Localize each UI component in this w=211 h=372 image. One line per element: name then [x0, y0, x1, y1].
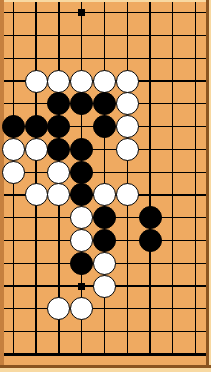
hoshi-point	[78, 9, 85, 16]
white-stone	[70, 206, 93, 229]
grid-line-vertical	[149, 2, 150, 356]
board-frame-bottom-highlight	[0, 368, 211, 372]
black-stone	[47, 115, 70, 138]
grid-line-vertical	[127, 2, 128, 356]
black-stone	[47, 92, 70, 115]
board-frame-right-highlight	[209, 0, 211, 372]
board-edge-line-bottom	[4, 353, 206, 356]
white-stone	[70, 70, 93, 93]
hoshi-point	[78, 283, 85, 290]
white-stone	[25, 183, 48, 206]
white-stone	[116, 92, 139, 115]
white-stone	[25, 70, 48, 93]
black-stone	[93, 229, 116, 252]
grid-line-vertical	[104, 2, 105, 356]
white-stone	[93, 252, 116, 275]
grid-line-vertical	[35, 2, 36, 356]
white-stone	[116, 138, 139, 161]
white-stone	[47, 161, 70, 184]
white-stone	[93, 183, 116, 206]
black-stone	[139, 206, 162, 229]
black-stone	[2, 115, 25, 138]
board-frame-left	[0, 0, 4, 372]
go-board	[0, 0, 211, 372]
black-stone	[139, 229, 162, 252]
black-stone	[70, 183, 93, 206]
white-stone	[116, 70, 139, 93]
white-stone	[25, 138, 48, 161]
grid-line-horizontal	[4, 308, 206, 309]
white-stone	[47, 297, 70, 320]
white-stone	[47, 70, 70, 93]
grid-line-horizontal	[4, 331, 206, 332]
black-stone	[70, 252, 93, 275]
board-frame-top	[0, 0, 211, 2]
grid-line-horizontal	[4, 172, 206, 173]
black-stone	[70, 138, 93, 161]
black-stone	[93, 92, 116, 115]
black-stone	[93, 206, 116, 229]
black-stone	[25, 115, 48, 138]
black-stone	[47, 138, 70, 161]
white-stone	[116, 183, 139, 206]
grid-line-horizontal	[4, 58, 206, 59]
white-stone	[70, 297, 93, 320]
go-diagram-screenshot	[0, 0, 211, 372]
black-stone	[70, 92, 93, 115]
grid-line-vertical	[195, 2, 196, 356]
black-stone	[93, 115, 116, 138]
white-stone	[2, 138, 25, 161]
grid-line-horizontal	[4, 12, 206, 13]
white-stone	[47, 183, 70, 206]
white-stone	[116, 115, 139, 138]
grid-line-vertical	[172, 2, 173, 356]
white-stone	[70, 229, 93, 252]
white-stone	[93, 70, 116, 93]
white-stone	[2, 161, 25, 184]
white-stone	[93, 275, 116, 298]
grid-line-horizontal	[4, 35, 206, 36]
black-stone	[70, 161, 93, 184]
